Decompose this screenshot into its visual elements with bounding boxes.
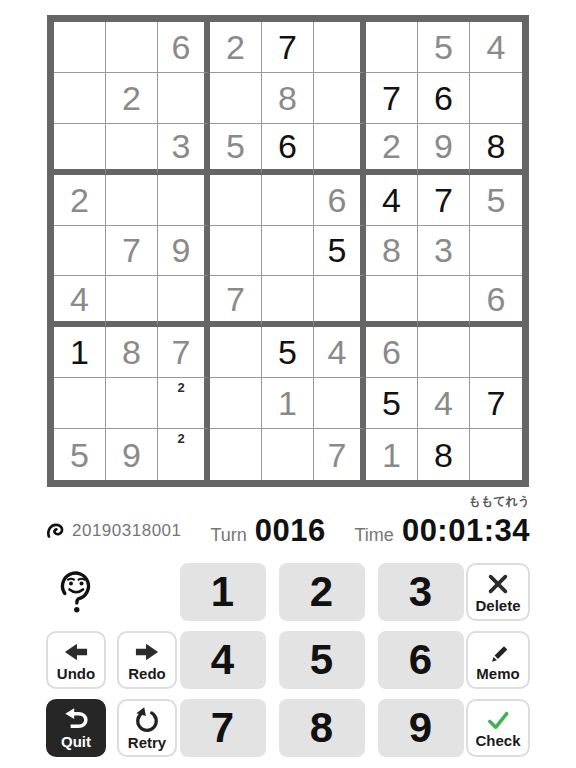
user-digit: 7 [278,30,297,64]
memo-pencil-icon [486,640,510,664]
cell-r2c7[interactable]: 7 [366,73,418,124]
cell-r4c7[interactable]: 4 [366,175,418,226]
cell-r5c9[interactable] [470,226,522,277]
cell-r4c9[interactable]: 5 [470,175,522,226]
cell-r2c6[interactable] [314,73,366,124]
cell-r3c1[interactable] [54,124,106,175]
user-digit: 4 [382,183,401,217]
control-row-1: 1 2 3 Delete [46,563,530,621]
retry-circular-arrow-icon [134,707,160,733]
check-button[interactable]: Check [466,699,530,757]
cell-r9c8[interactable]: 8 [418,429,470,480]
given-digit: 6 [172,30,191,64]
cell-r1c9[interactable]: 4 [470,22,522,73]
digit-button-2[interactable]: 2 [279,563,365,621]
turn-label: Turn [210,525,246,546]
given-digit: 3 [172,129,191,163]
cell-r9c3[interactable]: 2 [158,429,210,480]
time-group: Time 00:01:34 [355,513,530,549]
cell-r7c6[interactable]: 4 [314,327,366,378]
cell-r8c5[interactable]: 1 [262,378,314,429]
cell-r1c4[interactable]: 2 [210,22,262,73]
cell-r6c5[interactable] [262,276,314,327]
cell-r8c4[interactable] [210,378,262,429]
cell-r2c2[interactable]: 2 [106,73,158,124]
given-digit: 2 [382,129,401,163]
cell-r8c3[interactable]: 2 [158,378,210,429]
digit-button-1[interactable]: 1 [180,563,266,621]
given-digit: 5 [226,129,245,163]
delete-button[interactable]: Delete [466,563,530,621]
cell-r6c1[interactable]: 4 [54,276,106,327]
cell-r2c9[interactable] [470,73,522,124]
cell-r4c4[interactable] [210,175,262,226]
cell-r4c3[interactable] [158,175,210,226]
user-digit: 7 [434,183,453,217]
memo-label: Memo [476,666,519,681]
given-digit: 2 [70,183,89,217]
user-digit: 6 [434,81,453,115]
given-digit: 1 [278,386,297,420]
cell-r4c5[interactable] [262,175,314,226]
user-digit: 8 [434,438,453,472]
given-digit: 6 [487,282,506,316]
redo-arrow-icon [133,640,161,664]
undo-label: Undo [57,666,95,681]
user-digit: 5 [382,386,401,420]
puzzle-id-group: 20190318001 [46,521,182,541]
user-digit: 6 [278,129,297,163]
cell-r1c1[interactable] [54,22,106,73]
hint-face-icon [54,568,98,616]
status-row: 20190318001 Turn 0016 Time 00:01:34 [46,513,530,549]
cell-r7c8[interactable] [418,327,470,378]
time-value: 00:01:34 [402,513,530,549]
given-digit: 6 [328,183,347,217]
given-digit: 5 [70,438,89,472]
given-digit: 4 [70,282,89,316]
digit-button-6[interactable]: 6 [378,631,464,689]
cell-r2c5[interactable]: 8 [262,73,314,124]
control-panel: 1 2 3 Delete Undo [0,563,576,757]
given-digit: 1 [382,438,401,472]
cell-r9c6[interactable]: 7 [314,429,366,480]
memo-button[interactable]: Memo [466,631,530,689]
cell-r5c3[interactable]: 9 [158,226,210,277]
cell-r8c9[interactable]: 7 [470,378,522,429]
user-digit: 7 [382,81,401,115]
cell-r1c6[interactable] [314,22,366,73]
cell-r9c1[interactable]: 5 [54,429,106,480]
given-digit: 2 [226,30,245,64]
retry-button[interactable]: Retry [117,699,177,757]
delete-label: Delete [475,598,520,613]
cell-r6c9[interactable]: 6 [470,276,522,327]
cell-r3c4[interactable]: 5 [210,124,262,175]
given-digit: 7 [328,438,347,472]
puzzle-id: 20190318001 [72,521,182,541]
undo-button[interactable]: Undo [46,631,106,689]
turn-group: Turn 0016 [210,513,325,549]
cell-r9c9[interactable] [470,429,522,480]
retry-label: Retry [128,735,166,750]
cell-r6c8[interactable] [418,276,470,327]
cell-r2c4[interactable] [210,73,262,124]
cell-r7c4[interactable] [210,327,262,378]
player-name: ももてれう [46,493,530,509]
cell-r6c6[interactable] [314,276,366,327]
cell-r7c5[interactable]: 5 [262,327,314,378]
cell-r1c3[interactable]: 6 [158,22,210,73]
cell-r6c4[interactable]: 7 [210,276,262,327]
cell-r8c2[interactable] [106,378,158,429]
cell-r6c2[interactable] [106,276,158,327]
user-digit: 5 [278,335,297,369]
quit-label: Quit [61,734,91,749]
cell-r5c7[interactable]: 8 [366,226,418,277]
status-bar: ももてれう 20190318001 Turn 0016 Time 00:01:3… [0,493,576,557]
cell-r3c3[interactable]: 3 [158,124,210,175]
cell-r3c2[interactable] [106,124,158,175]
cell-r5c6[interactable]: 5 [314,226,366,277]
check-label: Check [475,733,520,748]
cell-r4c1[interactable]: 2 [54,175,106,226]
undo-arrow-icon [62,640,90,664]
cell-r9c5[interactable] [262,429,314,480]
cell-r7c7[interactable]: 6 [366,327,418,378]
cell-r9c7[interactable]: 1 [366,429,418,480]
control-row-3: Quit Retry 7 8 9 Check [46,699,530,757]
user-digit: 1 [70,335,89,369]
digit-button-9[interactable]: 9 [378,699,464,757]
cell-r7c2[interactable]: 8 [106,327,158,378]
redo-button[interactable]: Redo [117,631,177,689]
cell-r1c8[interactable]: 5 [418,22,470,73]
cell-r5c2[interactable]: 7 [106,226,158,277]
cell-r5c5[interactable] [262,226,314,277]
given-digit: 4 [328,335,347,369]
cell-r7c9[interactable] [470,327,522,378]
given-digit: 9 [122,438,141,472]
cell-r4c6[interactable]: 6 [314,175,366,226]
redo-label: Redo [128,666,166,681]
given-digit: 9 [434,129,453,163]
cell-r2c3[interactable] [158,73,210,124]
given-digit: 7 [122,233,141,267]
cell-r7c1[interactable]: 1 [54,327,106,378]
digit-button-5[interactable]: 5 [279,631,365,689]
check-mark-icon [485,709,511,731]
given-digit: 9 [172,233,191,267]
cell-r1c7[interactable] [366,22,418,73]
hint-button[interactable] [46,563,106,621]
cell-r8c8[interactable]: 4 [418,378,470,429]
cell-r6c3[interactable] [158,276,210,327]
digit-button-4[interactable]: 4 [180,631,266,689]
given-digit: 6 [382,335,401,369]
time-label: Time [355,525,394,546]
cell-r6c7[interactable] [366,276,418,327]
given-digit: 7 [172,335,191,369]
user-digit: 5 [328,233,347,267]
cell-r8c1[interactable] [54,378,106,429]
cell-r3c8[interactable]: 9 [418,124,470,175]
cell-r3c9[interactable]: 8 [470,124,522,175]
control-row-2: Undo Redo 4 5 6 Memo [46,631,530,689]
cell-r5c1[interactable] [54,226,106,277]
given-digit: 4 [434,386,453,420]
cell-r3c6[interactable] [314,124,366,175]
sudoku-board: 6275428763562982647579583476187546215475… [47,15,529,487]
cell-r4c8[interactable]: 7 [418,175,470,226]
digit-button-8[interactable]: 8 [279,699,365,757]
given-digit: 4 [487,30,506,64]
cell-r1c2[interactable] [106,22,158,73]
cell-r8c7[interactable]: 5 [366,378,418,429]
digit-button-3[interactable]: 3 [378,563,464,621]
quit-back-arrow-icon [63,707,89,732]
turn-value: 0016 [255,513,326,549]
given-digit: 5 [434,30,453,64]
digit-button-7[interactable]: 7 [180,699,266,757]
given-digit: 8 [122,335,141,369]
cell-r9c4[interactable] [210,429,262,480]
cell-r8c6[interactable] [314,378,366,429]
cell-r1c5[interactable]: 7 [262,22,314,73]
cell-r2c1[interactable] [54,73,106,124]
given-digit: 8 [382,233,401,267]
cell-r5c4[interactable] [210,226,262,277]
given-digit: 2 [122,81,141,115]
user-digit: 7 [487,386,506,420]
swirl-logo-icon [46,522,66,541]
cell-r9c2[interactable]: 9 [106,429,158,480]
given-digit: 3 [434,233,453,267]
cell-r2c8[interactable]: 6 [418,73,470,124]
cell-r4c2[interactable] [106,175,158,226]
memo-digit: 2 [177,381,184,394]
cell-r3c5[interactable]: 6 [262,124,314,175]
given-digit: 5 [487,183,506,217]
cell-r3c7[interactable]: 2 [366,124,418,175]
quit-button[interactable]: Quit [46,699,106,757]
cell-r5c8[interactable]: 3 [418,226,470,277]
memo-digit: 2 [177,432,184,445]
given-digit: 8 [278,81,297,115]
delete-x-icon [486,572,510,596]
cell-r7c3[interactable]: 7 [158,327,210,378]
user-digit: 8 [487,129,506,163]
given-digit: 7 [226,282,245,316]
